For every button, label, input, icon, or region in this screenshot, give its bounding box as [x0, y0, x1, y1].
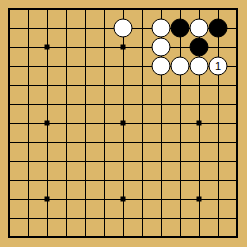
grid-line-vertical — [180, 9, 181, 238]
star-point — [45, 121, 50, 126]
black-stone — [209, 19, 228, 38]
grid-line-horizontal — [9, 180, 238, 181]
star-point — [197, 121, 202, 126]
white-stone — [114, 19, 133, 38]
grid-line-horizontal — [9, 142, 238, 143]
grid-line-vertical — [218, 9, 219, 238]
star-point — [121, 197, 126, 202]
star-point — [45, 45, 50, 50]
black-stone — [171, 19, 190, 38]
go-board-diagram: 1 — [0, 0, 247, 247]
white-stone — [152, 57, 171, 76]
white-stone — [152, 19, 171, 38]
grid-line-horizontal — [9, 161, 238, 162]
grid-line-vertical — [142, 9, 143, 238]
go-board: 1 — [0, 0, 247, 247]
black-stone — [190, 38, 209, 57]
white-stone — [190, 57, 209, 76]
grid-line-vertical — [237, 9, 238, 238]
grid-line-horizontal — [9, 218, 238, 219]
grid-line-horizontal — [9, 237, 238, 238]
move-number-label: 1 — [215, 61, 221, 72]
star-point — [45, 197, 50, 202]
star-point — [121, 45, 126, 50]
white-stone — [152, 38, 171, 57]
star-point — [121, 121, 126, 126]
star-point — [197, 197, 202, 202]
white-stone-move-1: 1 — [209, 57, 228, 76]
white-stone — [190, 19, 209, 38]
white-stone — [171, 57, 190, 76]
